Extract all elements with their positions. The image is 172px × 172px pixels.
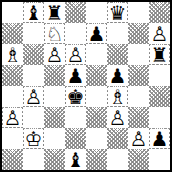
square-a5[interactable] xyxy=(2,65,23,86)
square-b1[interactable] xyxy=(23,149,44,170)
piece-halo: ♟ xyxy=(87,24,106,43)
square-d1[interactable]: ♝ xyxy=(65,149,86,170)
square-d3[interactable] xyxy=(65,107,86,128)
square-e7[interactable]: ♟ xyxy=(86,23,107,44)
square-b2[interactable]: ♔ xyxy=(23,128,44,149)
square-h2[interactable]: ♟ xyxy=(149,128,170,149)
square-b8[interactable]: ♝ xyxy=(23,2,44,23)
square-f3[interactable]: ♙ xyxy=(107,107,128,128)
square-c4[interactable] xyxy=(44,86,65,107)
piece-halo: ♟ xyxy=(150,129,169,148)
square-e5[interactable] xyxy=(86,65,107,86)
piece-halo: ♟ xyxy=(108,66,127,85)
black-bishop-icon: ♝ xyxy=(25,3,43,23)
white-pawn-icon: ♙ xyxy=(109,108,127,128)
black-pawn-icon: ♟ xyxy=(151,129,169,149)
square-e4[interactable] xyxy=(86,86,107,107)
square-h7[interactable]: ♙ xyxy=(149,23,170,44)
piece-halo: ♗ xyxy=(108,87,127,106)
piece-halo: ♙ xyxy=(3,108,22,127)
white-pawn-icon: ♙ xyxy=(46,45,64,65)
square-h3[interactable] xyxy=(149,107,170,128)
square-e8[interactable] xyxy=(86,2,107,23)
piece-halo: ♙ xyxy=(66,45,85,64)
black-pawn-icon: ♟ xyxy=(67,66,85,86)
piece-halo: ♜ xyxy=(150,45,169,64)
white-king-icon: ♔ xyxy=(25,129,43,149)
square-a4[interactable] xyxy=(2,86,23,107)
square-g1[interactable] xyxy=(128,149,149,170)
square-g7[interactable] xyxy=(128,23,149,44)
piece-halo: ♙ xyxy=(45,45,64,64)
square-c5[interactable] xyxy=(44,65,65,86)
square-f2[interactable] xyxy=(107,128,128,149)
square-a1[interactable] xyxy=(2,149,23,170)
square-g4[interactable] xyxy=(128,86,149,107)
piece-halo: ♝ xyxy=(24,3,43,22)
square-f7[interactable] xyxy=(107,23,128,44)
piece-halo: ♙ xyxy=(24,87,43,106)
square-e2[interactable] xyxy=(86,128,107,149)
white-bishop-icon: ♗ xyxy=(4,45,22,65)
square-f8[interactable]: ♛ xyxy=(107,2,128,23)
black-pawn-icon: ♟ xyxy=(88,24,106,44)
square-h1[interactable] xyxy=(149,149,170,170)
piece-halo: ♚ xyxy=(66,87,85,106)
piece-halo: ♙ xyxy=(129,129,148,148)
piece-halo: ♔ xyxy=(24,129,43,148)
square-d6[interactable]: ♙ xyxy=(65,44,86,65)
white-pawn-icon: ♙ xyxy=(25,87,43,107)
square-d8[interactable] xyxy=(65,2,86,23)
square-b5[interactable] xyxy=(23,65,44,86)
square-c2[interactable] xyxy=(44,128,65,149)
white-pawn-icon: ♙ xyxy=(151,24,169,44)
square-d4[interactable]: ♚ xyxy=(65,86,86,107)
square-e1[interactable] xyxy=(86,149,107,170)
square-a6[interactable]: ♗ xyxy=(2,44,23,65)
square-b6[interactable] xyxy=(23,44,44,65)
square-h8[interactable] xyxy=(149,2,170,23)
black-bishop-icon: ♝ xyxy=(67,150,85,170)
square-a7[interactable] xyxy=(2,23,23,44)
square-h6[interactable]: ♜ xyxy=(149,44,170,65)
square-c7[interactable]: ♘ xyxy=(44,23,65,44)
square-d2[interactable] xyxy=(65,128,86,149)
square-b7[interactable] xyxy=(23,23,44,44)
white-bishop-icon: ♗ xyxy=(109,87,127,107)
piece-halo: ♙ xyxy=(150,24,169,43)
piece-halo: ♟ xyxy=(66,66,85,85)
black-rook-icon: ♜ xyxy=(151,45,169,65)
square-d5[interactable]: ♟ xyxy=(65,65,86,86)
square-f4[interactable]: ♗ xyxy=(107,86,128,107)
square-b3[interactable] xyxy=(23,107,44,128)
square-a3[interactable]: ♙ xyxy=(2,107,23,128)
square-c1[interactable] xyxy=(44,149,65,170)
square-d7[interactable] xyxy=(65,23,86,44)
square-c6[interactable]: ♙ xyxy=(44,44,65,65)
square-g6[interactable] xyxy=(128,44,149,65)
square-e6[interactable] xyxy=(86,44,107,65)
square-f1[interactable] xyxy=(107,149,128,170)
square-g8[interactable] xyxy=(128,2,149,23)
square-f6[interactable] xyxy=(107,44,128,65)
square-a8[interactable] xyxy=(2,2,23,23)
piece-halo: ♗ xyxy=(3,45,22,64)
piece-halo: ♘ xyxy=(45,24,64,43)
square-h5[interactable] xyxy=(149,65,170,86)
square-b4[interactable]: ♙ xyxy=(23,86,44,107)
square-g3[interactable] xyxy=(128,107,149,128)
white-knight-icon: ♘ xyxy=(46,24,64,44)
black-rook-icon: ♜ xyxy=(46,3,64,23)
square-c8[interactable]: ♜ xyxy=(44,2,65,23)
white-pawn-icon: ♙ xyxy=(67,45,85,65)
white-pawn-icon: ♙ xyxy=(4,108,22,128)
black-queen-icon: ♛ xyxy=(109,3,127,23)
white-pawn-icon: ♙ xyxy=(130,129,148,149)
square-f5[interactable]: ♟ xyxy=(107,65,128,86)
square-h4[interactable] xyxy=(149,86,170,107)
piece-halo: ♛ xyxy=(108,3,127,22)
piece-halo: ♙ xyxy=(108,108,127,127)
square-g5[interactable] xyxy=(128,65,149,86)
piece-halo: ♝ xyxy=(66,150,85,169)
black-king-icon: ♚ xyxy=(67,87,85,107)
square-g2[interactable]: ♙ xyxy=(128,128,149,149)
square-a2[interactable] xyxy=(2,128,23,149)
piece-halo: ♜ xyxy=(45,3,64,22)
square-c3[interactable] xyxy=(44,107,65,128)
black-pawn-icon: ♟ xyxy=(109,66,127,86)
chess-board: ♝♜♛♘♟♙♗♙♙♜♟♟♙♚♗♙♙♔♙♟♝ xyxy=(0,0,172,172)
square-e3[interactable] xyxy=(86,107,107,128)
